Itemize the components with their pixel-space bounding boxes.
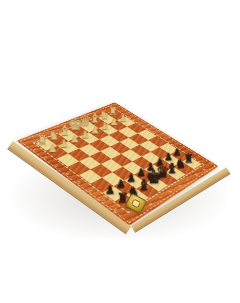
coordinate-file-f: f [156,194,167,201]
coordinate-file-a: a [200,166,210,172]
coordinate-file-d: d [175,182,185,189]
coordinate-file-b: b [192,171,202,177]
coordinate-file-e: e [165,188,175,195]
square-h2[interactable]: ♟ [46,146,68,159]
coordinate-file-g: g [146,200,157,207]
coordinate-file-c: c [183,177,193,183]
product-photo: ♜♟♟♜♞♟♟♞♝♟♟♝♛♟♟♛♚♟♟♚♝♟♟♝♞♟♟♞♜♟♟♜ 1234567… [0,0,240,303]
